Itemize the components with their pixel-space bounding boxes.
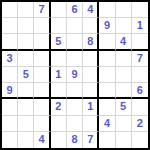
cell-r4c3[interactable] bbox=[34, 51, 50, 67]
cell-r5c7[interactable] bbox=[99, 67, 115, 83]
cell-r3c7[interactable] bbox=[99, 34, 115, 50]
cell-r3c1[interactable] bbox=[2, 34, 18, 50]
cell-r8c3[interactable] bbox=[34, 116, 50, 132]
cell-r7c7[interactable] bbox=[99, 99, 115, 115]
cell-r9c3-given[interactable]: 4 bbox=[34, 132, 50, 148]
cell-r2c4[interactable] bbox=[51, 18, 67, 34]
cell-r3c9[interactable] bbox=[132, 34, 148, 50]
cell-r6c7[interactable] bbox=[99, 83, 115, 99]
cell-r9c1[interactable] bbox=[2, 132, 18, 148]
cell-r7c4-given[interactable]: 2 bbox=[51, 99, 67, 115]
cell-r7c1[interactable] bbox=[2, 99, 18, 115]
cell-r6c5[interactable] bbox=[67, 83, 83, 99]
cell-r7c2[interactable] bbox=[18, 99, 34, 115]
cell-r9c4[interactable] bbox=[51, 132, 67, 148]
cell-r1c2[interactable] bbox=[18, 2, 34, 18]
cell-r3c8-given[interactable]: 4 bbox=[116, 34, 132, 50]
cell-r5c8[interactable] bbox=[116, 67, 132, 83]
cell-r1c3-given[interactable]: 7 bbox=[34, 2, 50, 18]
cell-r9c6-given[interactable]: 7 bbox=[83, 132, 99, 148]
cell-r8c1[interactable] bbox=[2, 116, 18, 132]
cell-r8c9-given[interactable]: 2 bbox=[132, 116, 148, 132]
cell-r9c7[interactable] bbox=[99, 132, 115, 148]
cell-r4c5[interactable] bbox=[67, 51, 83, 67]
cell-r9c2[interactable] bbox=[18, 132, 34, 148]
cell-r4c6[interactable] bbox=[83, 51, 99, 67]
cell-r9c9[interactable] bbox=[132, 132, 148, 148]
cell-r6c1-given[interactable]: 9 bbox=[2, 83, 18, 99]
cell-r7c9[interactable] bbox=[132, 99, 148, 115]
cell-r4c8[interactable] bbox=[116, 51, 132, 67]
cell-r9c8[interactable] bbox=[116, 132, 132, 148]
cell-r2c5[interactable] bbox=[67, 18, 83, 34]
cell-r6c8[interactable] bbox=[116, 83, 132, 99]
cell-r4c1-given[interactable]: 3 bbox=[2, 51, 18, 67]
cell-r5c3[interactable] bbox=[34, 67, 50, 83]
cell-r3c3[interactable] bbox=[34, 34, 50, 50]
cell-r5c9[interactable] bbox=[132, 67, 148, 83]
cell-r1c1[interactable] bbox=[2, 2, 18, 18]
cell-r8c4[interactable] bbox=[51, 116, 67, 132]
cell-r7c8-given[interactable]: 5 bbox=[116, 99, 132, 115]
cell-r2c2[interactable] bbox=[18, 18, 34, 34]
cell-r8c8[interactable] bbox=[116, 116, 132, 132]
cell-r2c9-given[interactable]: 1 bbox=[132, 18, 148, 34]
cell-r2c1[interactable] bbox=[2, 18, 18, 34]
cell-r6c6[interactable] bbox=[83, 83, 99, 99]
cell-r6c2[interactable] bbox=[18, 83, 34, 99]
cell-r8c2[interactable] bbox=[18, 116, 34, 132]
cell-r8c7-given[interactable]: 4 bbox=[99, 116, 115, 132]
cell-r1c9[interactable] bbox=[132, 2, 148, 18]
cell-r2c8[interactable] bbox=[116, 18, 132, 34]
cell-r7c5[interactable] bbox=[67, 99, 83, 115]
cell-r1c6-given[interactable]: 4 bbox=[83, 2, 99, 18]
cell-r5c1[interactable] bbox=[2, 67, 18, 83]
cell-r6c4[interactable] bbox=[51, 83, 67, 99]
cell-r6c3[interactable] bbox=[34, 83, 50, 99]
cell-r5c6[interactable] bbox=[83, 67, 99, 83]
cell-r8c6[interactable] bbox=[83, 116, 99, 132]
sudoku-board: 76491584375199621542487 bbox=[0, 0, 150, 150]
cell-r3c2[interactable] bbox=[18, 34, 34, 50]
cell-r5c5-given[interactable]: 9 bbox=[67, 67, 83, 83]
cell-r8c5[interactable] bbox=[67, 116, 83, 132]
cell-r3c5[interactable] bbox=[67, 34, 83, 50]
cell-r7c6-given[interactable]: 1 bbox=[83, 99, 99, 115]
cell-r7c3[interactable] bbox=[34, 99, 50, 115]
cell-r3c6-given[interactable]: 8 bbox=[83, 34, 99, 50]
cell-r4c7[interactable] bbox=[99, 51, 115, 67]
cell-r4c2[interactable] bbox=[18, 51, 34, 67]
cell-r1c5-given[interactable]: 6 bbox=[67, 2, 83, 18]
cell-r6c9-given[interactable]: 6 bbox=[132, 83, 148, 99]
cell-r1c4[interactable] bbox=[51, 2, 67, 18]
cell-r9c5-given[interactable]: 8 bbox=[67, 132, 83, 148]
cell-r3c4-given[interactable]: 5 bbox=[51, 34, 67, 50]
cell-r2c7-given[interactable]: 9 bbox=[99, 18, 115, 34]
cell-r2c6[interactable] bbox=[83, 18, 99, 34]
cell-r5c4-given[interactable]: 1 bbox=[51, 67, 67, 83]
cell-r1c8[interactable] bbox=[116, 2, 132, 18]
cell-r1c7[interactable] bbox=[99, 2, 115, 18]
cell-r5c2-given[interactable]: 5 bbox=[18, 67, 34, 83]
cell-r4c4[interactable] bbox=[51, 51, 67, 67]
cell-r2c3[interactable] bbox=[34, 18, 50, 34]
cell-r4c9-given[interactable]: 7 bbox=[132, 51, 148, 67]
